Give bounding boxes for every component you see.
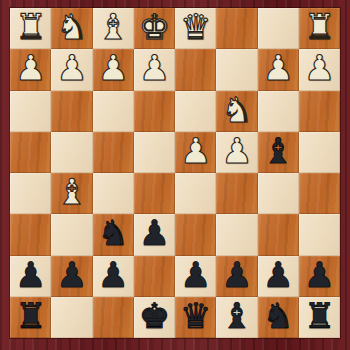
square-b6[interactable] <box>258 214 299 255</box>
square-d6[interactable] <box>175 214 216 255</box>
square-c4[interactable]: ♟ <box>216 132 257 173</box>
square-e7[interactable] <box>134 256 175 297</box>
square-a1[interactable]: ♜ <box>299 8 340 49</box>
square-h5[interactable] <box>10 173 51 214</box>
square-c6[interactable] <box>216 214 257 255</box>
square-h7[interactable]: ♟ <box>10 256 51 297</box>
white-pawn[interactable]: ♟ <box>262 51 293 86</box>
square-a7[interactable]: ♟ <box>299 256 340 297</box>
white-bishop[interactable]: ♝ <box>56 175 87 210</box>
square-c3[interactable]: ♞ <box>216 91 257 132</box>
board-frame: ♜♞♝♚♛♜♟♟♟♟♟♟♞♟♟♝♝♞♟♟♟♟♟♟♟♟♜♚♛♝♞♜ <box>0 0 350 350</box>
square-h4[interactable] <box>10 132 51 173</box>
square-g8[interactable] <box>51 297 92 338</box>
black-pawn[interactable]: ♟ <box>180 258 211 293</box>
square-e6[interactable]: ♟ <box>134 214 175 255</box>
white-rook[interactable]: ♜ <box>304 10 335 45</box>
square-a4[interactable] <box>299 132 340 173</box>
square-e3[interactable] <box>134 91 175 132</box>
black-rook[interactable]: ♜ <box>304 299 335 334</box>
square-c7[interactable]: ♟ <box>216 256 257 297</box>
square-f7[interactable]: ♟ <box>93 256 134 297</box>
black-rook[interactable]: ♜ <box>15 299 46 334</box>
square-e5[interactable] <box>134 173 175 214</box>
square-h2[interactable]: ♟ <box>10 49 51 90</box>
chess-board: ♜♞♝♚♛♜♟♟♟♟♟♟♞♟♟♝♝♞♟♟♟♟♟♟♟♟♜♚♛♝♞♜ <box>10 8 340 338</box>
square-b1[interactable] <box>258 8 299 49</box>
square-a8[interactable]: ♜ <box>299 297 340 338</box>
black-king[interactable]: ♚ <box>139 299 170 334</box>
square-b4[interactable]: ♝ <box>258 132 299 173</box>
square-d1[interactable]: ♛ <box>175 8 216 49</box>
square-g7[interactable]: ♟ <box>51 256 92 297</box>
square-f3[interactable] <box>93 91 134 132</box>
square-c5[interactable] <box>216 173 257 214</box>
square-h1[interactable]: ♜ <box>10 8 51 49</box>
black-pawn[interactable]: ♟ <box>15 258 46 293</box>
square-b7[interactable]: ♟ <box>258 256 299 297</box>
square-c1[interactable] <box>216 8 257 49</box>
square-e4[interactable] <box>134 132 175 173</box>
square-c2[interactable] <box>216 49 257 90</box>
square-d4[interactable]: ♟ <box>175 132 216 173</box>
square-e8[interactable]: ♚ <box>134 297 175 338</box>
white-queen[interactable]: ♛ <box>180 10 211 45</box>
square-b5[interactable] <box>258 173 299 214</box>
square-d5[interactable] <box>175 173 216 214</box>
black-knight[interactable]: ♞ <box>262 299 293 334</box>
white-pawn[interactable]: ♟ <box>97 51 128 86</box>
black-pawn[interactable]: ♟ <box>262 258 293 293</box>
square-h3[interactable] <box>10 91 51 132</box>
square-d7[interactable]: ♟ <box>175 256 216 297</box>
square-a2[interactable]: ♟ <box>299 49 340 90</box>
white-pawn[interactable]: ♟ <box>56 51 87 86</box>
square-a6[interactable] <box>299 214 340 255</box>
square-g6[interactable] <box>51 214 92 255</box>
white-knight[interactable]: ♞ <box>221 93 252 128</box>
square-c8[interactable]: ♝ <box>216 297 257 338</box>
square-f1[interactable]: ♝ <box>93 8 134 49</box>
square-h6[interactable] <box>10 214 51 255</box>
black-queen[interactable]: ♛ <box>180 299 211 334</box>
black-pawn[interactable]: ♟ <box>304 258 335 293</box>
square-a3[interactable] <box>299 91 340 132</box>
square-a5[interactable] <box>299 173 340 214</box>
white-pawn[interactable]: ♟ <box>139 51 170 86</box>
square-g5[interactable]: ♝ <box>51 173 92 214</box>
square-f2[interactable]: ♟ <box>93 49 134 90</box>
square-g4[interactable] <box>51 132 92 173</box>
square-d3[interactable] <box>175 91 216 132</box>
square-f5[interactable] <box>93 173 134 214</box>
black-pawn[interactable]: ♟ <box>97 258 128 293</box>
white-pawn[interactable]: ♟ <box>304 51 335 86</box>
black-pawn[interactable]: ♟ <box>139 216 170 251</box>
black-pawn[interactable]: ♟ <box>56 258 87 293</box>
white-king[interactable]: ♚ <box>139 10 170 45</box>
white-knight[interactable]: ♞ <box>56 10 87 45</box>
square-f4[interactable] <box>93 132 134 173</box>
square-e1[interactable]: ♚ <box>134 8 175 49</box>
square-d8[interactable]: ♛ <box>175 297 216 338</box>
black-bishop[interactable]: ♝ <box>221 299 252 334</box>
square-d2[interactable] <box>175 49 216 90</box>
black-bishop[interactable]: ♝ <box>262 134 293 169</box>
white-pawn[interactable]: ♟ <box>15 51 46 86</box>
square-f6[interactable]: ♞ <box>93 214 134 255</box>
square-b3[interactable] <box>258 91 299 132</box>
white-rook[interactable]: ♜ <box>15 10 46 45</box>
black-pawn[interactable]: ♟ <box>221 258 252 293</box>
white-bishop[interactable]: ♝ <box>97 10 128 45</box>
white-pawn[interactable]: ♟ <box>180 134 211 169</box>
white-pawn[interactable]: ♟ <box>221 134 252 169</box>
square-b2[interactable]: ♟ <box>258 49 299 90</box>
square-g3[interactable] <box>51 91 92 132</box>
square-h8[interactable]: ♜ <box>10 297 51 338</box>
square-f8[interactable] <box>93 297 134 338</box>
square-g1[interactable]: ♞ <box>51 8 92 49</box>
square-e2[interactable]: ♟ <box>134 49 175 90</box>
square-g2[interactable]: ♟ <box>51 49 92 90</box>
black-knight[interactable]: ♞ <box>97 216 128 251</box>
square-b8[interactable]: ♞ <box>258 297 299 338</box>
